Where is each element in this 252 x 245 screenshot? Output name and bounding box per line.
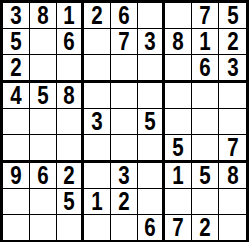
cell-r2c5[interactable]: 7: [111, 29, 138, 55]
cell-r6c8[interactable]: [192, 135, 219, 163]
given-digit: 8: [172, 29, 183, 54]
cell-r9c1[interactable]: [3, 215, 30, 240]
given-digit: 6: [118, 3, 129, 28]
cell-r8c8[interactable]: [192, 189, 219, 215]
cell-r6c4[interactable]: [84, 135, 111, 163]
given-digit: 2: [10, 55, 21, 80]
cell-r3c5[interactable]: [111, 55, 138, 83]
given-digit: 6: [144, 215, 155, 240]
given-digit: 5: [144, 109, 155, 134]
cell-r4c3[interactable]: 8: [57, 83, 84, 109]
cell-r4c1[interactable]: 4: [3, 83, 30, 109]
cell-r2c3[interactable]: 6: [57, 29, 84, 55]
cell-r1c2[interactable]: 8: [30, 3, 57, 29]
cell-r9c9[interactable]: [219, 215, 246, 240]
given-digit: 5: [227, 3, 238, 28]
cell-r8c7[interactable]: [165, 189, 192, 215]
cell-r4c9[interactable]: [219, 83, 246, 109]
given-digit: 1: [91, 189, 102, 214]
cell-r7c6[interactable]: [138, 163, 165, 189]
cell-r7c3[interactable]: 2: [57, 163, 84, 189]
cell-r2c7[interactable]: 8: [165, 29, 192, 55]
cell-r6c9[interactable]: 7: [219, 135, 246, 163]
given-digit: 8: [37, 3, 48, 28]
given-digit: 2: [63, 163, 74, 188]
cell-r5c6[interactable]: 5: [138, 109, 165, 135]
given-digit: 7: [118, 29, 129, 54]
sudoku-board: 3812675567381226345835579623158512672: [0, 0, 249, 242]
cell-r8c9[interactable]: [219, 189, 246, 215]
cell-r6c5[interactable]: [111, 135, 138, 163]
cell-r4c2[interactable]: 5: [30, 83, 57, 109]
cell-r3c3[interactable]: [57, 55, 84, 83]
cell-r7c2[interactable]: 6: [30, 163, 57, 189]
cell-r4c8[interactable]: [192, 83, 219, 109]
given-digit: 3: [144, 29, 155, 54]
cell-r6c7[interactable]: 5: [165, 135, 192, 163]
cell-r4c6[interactable]: [138, 83, 165, 109]
given-digit: 6: [199, 55, 210, 80]
cell-r8c6[interactable]: [138, 189, 165, 215]
cell-r7c9[interactable]: 8: [219, 163, 246, 189]
given-digit: 7: [172, 215, 183, 240]
cell-r3c2[interactable]: [30, 55, 57, 83]
cell-r1c7[interactable]: [165, 3, 192, 29]
cell-r5c8[interactable]: [192, 109, 219, 135]
given-digit: 5: [63, 189, 74, 214]
given-digit: 6: [63, 29, 74, 54]
cell-r9c3[interactable]: [57, 215, 84, 240]
cell-r8c1[interactable]: [3, 189, 30, 215]
given-digit: 5: [199, 163, 210, 188]
cell-r9c8[interactable]: 2: [192, 215, 219, 240]
cell-r2c1[interactable]: 5: [3, 29, 30, 55]
given-digit: 5: [10, 29, 21, 54]
cell-r5c2[interactable]: [30, 109, 57, 135]
given-digit: 1: [199, 29, 210, 54]
cell-r9c4[interactable]: [84, 215, 111, 240]
cell-r9c5[interactable]: [111, 215, 138, 240]
given-digit: 2: [227, 29, 238, 54]
cell-r5c5[interactable]: [111, 109, 138, 135]
cell-r8c3[interactable]: 5: [57, 189, 84, 215]
cell-r3c1[interactable]: 2: [3, 55, 30, 83]
cell-r9c2[interactable]: [30, 215, 57, 240]
cell-r2c9[interactable]: 2: [219, 29, 246, 55]
cell-r5c9[interactable]: [219, 109, 246, 135]
given-digit: 3: [10, 3, 21, 28]
given-digit: 3: [227, 55, 238, 80]
cell-r1c1[interactable]: 3: [3, 3, 30, 29]
given-digit: 8: [227, 163, 238, 188]
cell-r5c1[interactable]: [3, 109, 30, 135]
given-digit: 6: [37, 163, 48, 188]
given-digit: 1: [63, 3, 74, 28]
given-digit: 3: [118, 163, 129, 188]
cell-r1c9[interactable]: 5: [219, 3, 246, 29]
given-digit: 2: [199, 215, 210, 240]
cell-r3c6[interactable]: [138, 55, 165, 83]
cell-r1c8[interactable]: 7: [192, 3, 219, 29]
cell-r5c3[interactable]: [57, 109, 84, 135]
cell-r4c7[interactable]: [165, 83, 192, 109]
cell-r1c5[interactable]: 6: [111, 3, 138, 29]
given-digit: 7: [199, 3, 210, 28]
given-digit: 2: [118, 189, 129, 214]
given-digit: 8: [63, 83, 74, 108]
cell-r2c4[interactable]: [84, 29, 111, 55]
given-digit: 4: [10, 83, 21, 108]
given-digit: 1: [172, 163, 183, 188]
cell-r3c8[interactable]: 6: [192, 55, 219, 83]
cell-r6c2[interactable]: [30, 135, 57, 163]
cell-r8c5[interactable]: 2: [111, 189, 138, 215]
cell-r9c6[interactable]: 6: [138, 215, 165, 240]
cell-r1c3[interactable]: 1: [57, 3, 84, 29]
cell-r4c4[interactable]: [84, 83, 111, 109]
cell-r7c5[interactable]: 3: [111, 163, 138, 189]
given-digit: 7: [227, 135, 238, 160]
given-digit: 3: [91, 109, 102, 134]
cell-r4c5[interactable]: [111, 83, 138, 109]
cell-r2c6[interactable]: 3: [138, 29, 165, 55]
cell-r8c2[interactable]: [30, 189, 57, 215]
cell-r3c4[interactable]: [84, 55, 111, 83]
cell-r5c4[interactable]: 3: [84, 109, 111, 135]
cell-r5c7[interactable]: [165, 109, 192, 135]
given-digit: 9: [10, 163, 21, 188]
cell-r3c7[interactable]: [165, 55, 192, 83]
cell-r2c8[interactable]: 1: [192, 29, 219, 55]
cell-r1c4[interactable]: 2: [84, 3, 111, 29]
cell-r7c8[interactable]: 5: [192, 163, 219, 189]
given-digit: 5: [37, 83, 48, 108]
cell-r9c7[interactable]: 7: [165, 215, 192, 240]
cell-r6c1[interactable]: [3, 135, 30, 163]
cell-r6c6[interactable]: [138, 135, 165, 163]
given-digit: 2: [91, 3, 102, 28]
cell-r3c9[interactable]: 3: [219, 55, 246, 83]
cell-r1c6[interactable]: [138, 3, 165, 29]
cell-r7c7[interactable]: 1: [165, 163, 192, 189]
cell-r7c4[interactable]: [84, 163, 111, 189]
given-digit: 5: [172, 135, 183, 160]
cell-r6c3[interactable]: [57, 135, 84, 163]
cell-r7c1[interactable]: 9: [3, 163, 30, 189]
cell-r8c4[interactable]: 1: [84, 189, 111, 215]
cell-r2c2[interactable]: [30, 29, 57, 55]
